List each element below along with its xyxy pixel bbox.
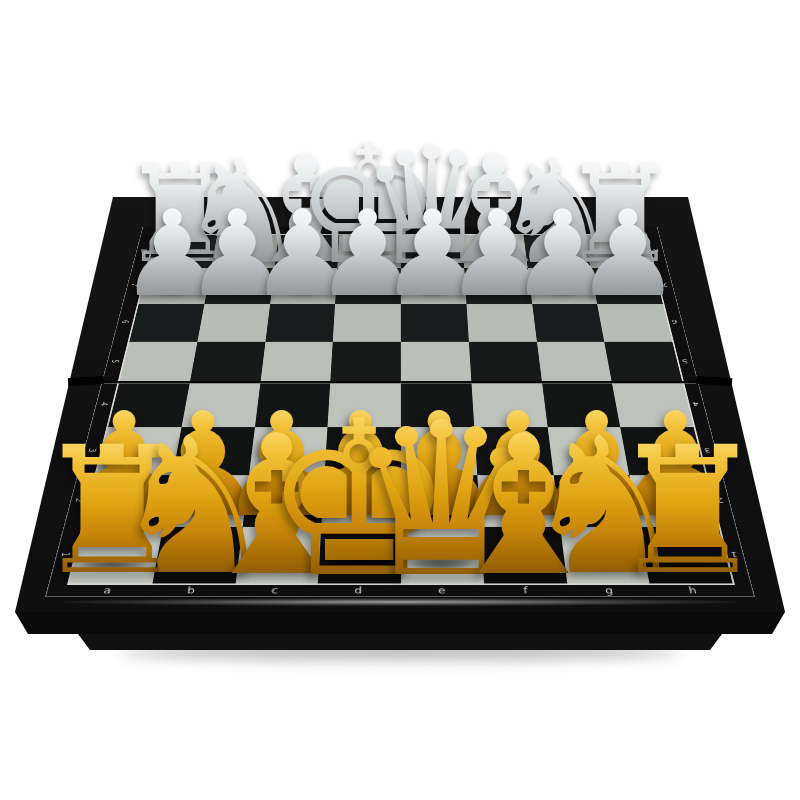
rank-label-left-4: 4 bbox=[67, 400, 141, 408]
square-b2 bbox=[163, 475, 249, 527]
rim-highlight bbox=[60, 598, 740, 606]
rank-label-left-7: 7 bbox=[102, 281, 168, 288]
square-b1 bbox=[152, 527, 242, 584]
rank-label-left-1: 1 bbox=[24, 549, 108, 560]
square-e7 bbox=[401, 268, 467, 304]
file-label-g: g bbox=[566, 585, 651, 596]
square-c6 bbox=[265, 304, 335, 342]
square-e1 bbox=[401, 527, 484, 584]
square-e2 bbox=[401, 475, 480, 527]
file-label-f: f bbox=[483, 585, 568, 596]
square-h2 bbox=[629, 475, 718, 527]
square-c3 bbox=[249, 427, 328, 475]
square-b6 bbox=[197, 304, 270, 342]
square-e5 bbox=[401, 342, 471, 383]
file-label-h: h bbox=[650, 585, 736, 596]
file-label-c: c bbox=[232, 585, 317, 596]
rank-label-left-5: 5 bbox=[80, 357, 151, 365]
square-f2 bbox=[477, 475, 560, 527]
square-b8 bbox=[211, 235, 278, 268]
square-b5 bbox=[190, 342, 266, 383]
rank-label-left-2: 2 bbox=[39, 495, 120, 505]
file-label-b: b bbox=[148, 585, 233, 596]
square-h1 bbox=[639, 527, 733, 584]
square-d1 bbox=[318, 527, 401, 584]
square-e3 bbox=[401, 427, 477, 475]
square-e8 bbox=[401, 235, 464, 268]
square-d3 bbox=[325, 427, 401, 475]
square-c4 bbox=[255, 383, 331, 427]
square-h6 bbox=[597, 304, 672, 342]
square-d4 bbox=[328, 383, 401, 427]
square-g3 bbox=[547, 427, 629, 475]
square-g1 bbox=[560, 527, 650, 584]
square-b3 bbox=[172, 427, 254, 475]
square-f8 bbox=[462, 235, 527, 268]
rank-label-left-8: 8 bbox=[112, 247, 176, 253]
square-g2 bbox=[553, 475, 639, 527]
square-c5 bbox=[260, 342, 333, 383]
square-h8 bbox=[584, 235, 654, 268]
square-d2 bbox=[322, 475, 401, 527]
board-surface: abcdefgh 87654321 87654321 bbox=[45, 227, 755, 597]
square-c1 bbox=[235, 527, 321, 584]
square-f5 bbox=[469, 342, 542, 383]
square-h4 bbox=[612, 383, 693, 427]
square-d8 bbox=[337, 235, 400, 268]
square-b4 bbox=[181, 383, 260, 427]
product-photo-stage: abcdefgh 87654321 87654321 ♜♞♝♚♛♝♞♜♟♟♟♟♟… bbox=[0, 0, 800, 800]
rank-label-left-3: 3 bbox=[54, 446, 131, 455]
square-g6 bbox=[532, 304, 605, 342]
square-f4 bbox=[471, 383, 547, 427]
square-h3 bbox=[620, 427, 705, 475]
square-g7 bbox=[527, 268, 597, 304]
fold-seam bbox=[102, 381, 698, 384]
square-c2 bbox=[242, 475, 325, 527]
square-b7 bbox=[204, 268, 274, 304]
file-labels: abcdefgh bbox=[64, 585, 736, 596]
chess-board-grid bbox=[67, 234, 735, 585]
square-g5 bbox=[537, 342, 613, 383]
square-g4 bbox=[542, 383, 621, 427]
square-d6 bbox=[333, 304, 401, 342]
rank-label-left-6: 6 bbox=[91, 318, 160, 325]
square-c8 bbox=[274, 235, 339, 268]
square-h5 bbox=[604, 342, 682, 383]
square-g8 bbox=[523, 235, 590, 268]
square-d7 bbox=[335, 268, 400, 304]
square-e4 bbox=[401, 383, 474, 427]
file-label-d: d bbox=[316, 585, 400, 596]
square-c7 bbox=[270, 268, 338, 304]
square-d5 bbox=[330, 342, 400, 383]
file-label-e: e bbox=[400, 585, 484, 596]
square-f3 bbox=[474, 427, 553, 475]
file-label-a: a bbox=[64, 585, 150, 596]
square-e6 bbox=[401, 304, 469, 342]
square-f1 bbox=[480, 527, 566, 584]
square-h7 bbox=[591, 268, 663, 304]
square-f6 bbox=[466, 304, 536, 342]
square-f7 bbox=[464, 268, 532, 304]
